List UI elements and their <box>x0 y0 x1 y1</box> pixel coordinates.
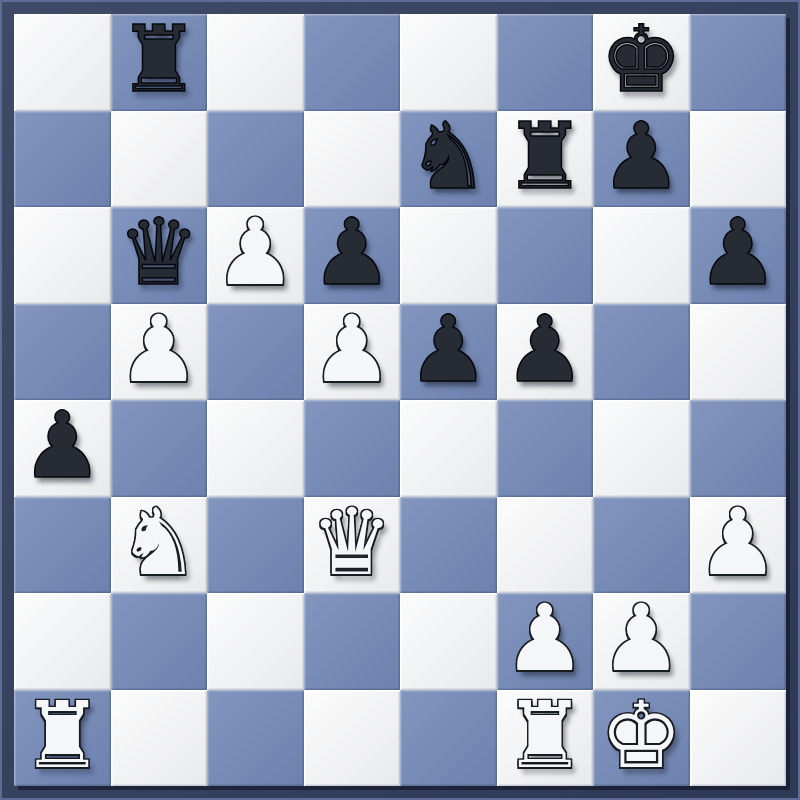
black-pawn-h6[interactable]: ♟ <box>697 207 779 301</box>
square-e6[interactable] <box>400 207 497 304</box>
black-pawn-f5[interactable]: ♟ <box>504 304 586 398</box>
square-h3[interactable]: ♟ <box>690 497 787 594</box>
square-d3[interactable]: ♛ <box>304 497 401 594</box>
white-queen-d3[interactable]: ♛ <box>311 497 393 591</box>
square-a5[interactable] <box>14 304 111 401</box>
square-g7[interactable]: ♟ <box>593 111 690 208</box>
black-knight-e7[interactable]: ♞ <box>407 111 489 205</box>
black-pawn-e5[interactable]: ♟ <box>407 304 489 398</box>
white-pawn-f2[interactable]: ♟ <box>504 593 586 687</box>
square-c4[interactable] <box>207 400 304 497</box>
square-f8[interactable] <box>497 14 594 111</box>
square-e8[interactable] <box>400 14 497 111</box>
square-g1[interactable]: ♚ <box>593 690 690 787</box>
square-e1[interactable] <box>400 690 497 787</box>
square-h7[interactable] <box>690 111 787 208</box>
square-h8[interactable] <box>690 14 787 111</box>
square-f3[interactable] <box>497 497 594 594</box>
square-h4[interactable] <box>690 400 787 497</box>
square-e5[interactable]: ♟ <box>400 304 497 401</box>
black-rook-b8[interactable]: ♜ <box>118 14 200 108</box>
black-queen-b6[interactable]: ♛ <box>118 207 200 301</box>
square-c1[interactable] <box>207 690 304 787</box>
board-frame: ♜♚♞♜♟♛♟♟♟♟♟♟♟♟♞♛♟♟♟♜♜♚ <box>0 0 800 800</box>
square-g3[interactable] <box>593 497 690 594</box>
white-rook-a1[interactable]: ♜ <box>21 690 103 784</box>
square-a6[interactable] <box>14 207 111 304</box>
square-b8[interactable]: ♜ <box>111 14 208 111</box>
square-h6[interactable]: ♟ <box>690 207 787 304</box>
square-h1[interactable] <box>690 690 787 787</box>
square-c6[interactable]: ♟ <box>207 207 304 304</box>
square-e4[interactable] <box>400 400 497 497</box>
square-f4[interactable] <box>497 400 594 497</box>
white-king-g1[interactable]: ♚ <box>600 690 682 784</box>
white-pawn-d5[interactable]: ♟ <box>311 304 393 398</box>
square-g8[interactable]: ♚ <box>593 14 690 111</box>
square-b3[interactable]: ♞ <box>111 497 208 594</box>
square-a4[interactable]: ♟ <box>14 400 111 497</box>
square-c8[interactable] <box>207 14 304 111</box>
square-g2[interactable]: ♟ <box>593 593 690 690</box>
white-pawn-h3[interactable]: ♟ <box>697 497 779 591</box>
square-b2[interactable] <box>111 593 208 690</box>
black-pawn-d6[interactable]: ♟ <box>311 207 393 301</box>
square-b1[interactable] <box>111 690 208 787</box>
square-d4[interactable] <box>304 400 401 497</box>
square-e7[interactable]: ♞ <box>400 111 497 208</box>
square-g5[interactable] <box>593 304 690 401</box>
black-king-g8[interactable]: ♚ <box>600 14 682 108</box>
black-pawn-g7[interactable]: ♟ <box>600 111 682 205</box>
square-a7[interactable] <box>14 111 111 208</box>
white-pawn-g2[interactable]: ♟ <box>600 593 682 687</box>
square-a3[interactable] <box>14 497 111 594</box>
square-e3[interactable] <box>400 497 497 594</box>
square-d7[interactable] <box>304 111 401 208</box>
white-pawn-c6[interactable]: ♟ <box>214 207 296 301</box>
square-h5[interactable] <box>690 304 787 401</box>
square-a1[interactable]: ♜ <box>14 690 111 787</box>
square-g4[interactable] <box>593 400 690 497</box>
square-d5[interactable]: ♟ <box>304 304 401 401</box>
square-c5[interactable] <box>207 304 304 401</box>
square-d8[interactable] <box>304 14 401 111</box>
square-a2[interactable] <box>14 593 111 690</box>
square-f1[interactable]: ♜ <box>497 690 594 787</box>
square-c7[interactable] <box>207 111 304 208</box>
white-rook-f1[interactable]: ♜ <box>504 690 586 784</box>
square-h2[interactable] <box>690 593 787 690</box>
square-f5[interactable]: ♟ <box>497 304 594 401</box>
square-g6[interactable] <box>593 207 690 304</box>
white-knight-b3[interactable]: ♞ <box>118 497 200 591</box>
square-c3[interactable] <box>207 497 304 594</box>
square-b6[interactable]: ♛ <box>111 207 208 304</box>
square-a8[interactable] <box>14 14 111 111</box>
square-f6[interactable] <box>497 207 594 304</box>
square-d2[interactable] <box>304 593 401 690</box>
square-b7[interactable] <box>111 111 208 208</box>
square-f2[interactable]: ♟ <box>497 593 594 690</box>
square-f7[interactable]: ♜ <box>497 111 594 208</box>
black-pawn-a4[interactable]: ♟ <box>21 400 103 494</box>
square-d6[interactable]: ♟ <box>304 207 401 304</box>
square-b4[interactable] <box>111 400 208 497</box>
black-rook-f7[interactable]: ♜ <box>504 111 586 205</box>
square-c2[interactable] <box>207 593 304 690</box>
square-d1[interactable] <box>304 690 401 787</box>
square-b5[interactable]: ♟ <box>111 304 208 401</box>
chess-board: ♜♚♞♜♟♛♟♟♟♟♟♟♟♟♞♛♟♟♟♜♜♚ <box>14 14 786 786</box>
white-pawn-b5[interactable]: ♟ <box>118 304 200 398</box>
square-e2[interactable] <box>400 593 497 690</box>
